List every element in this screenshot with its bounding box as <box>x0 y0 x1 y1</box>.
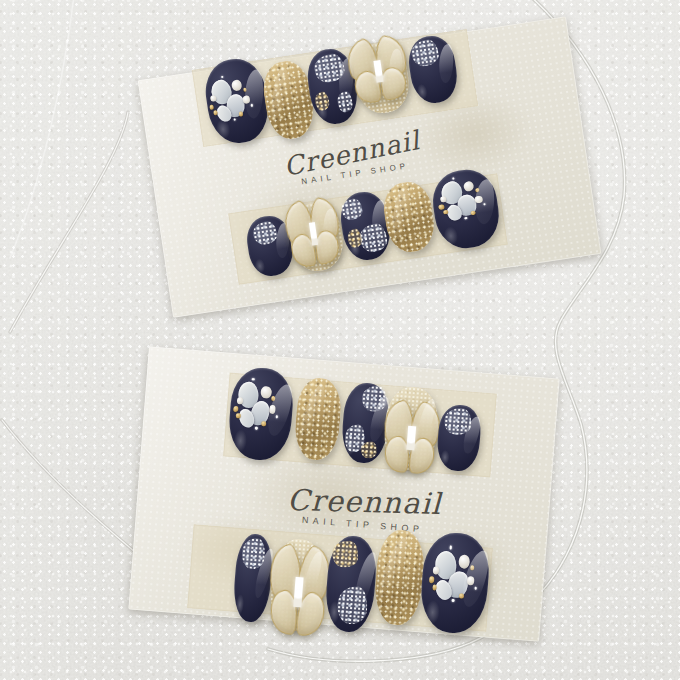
glitter-dot <box>221 75 224 78</box>
gold-bead <box>429 576 435 583</box>
gold-bead <box>272 396 276 401</box>
glitter-dot <box>276 415 279 418</box>
gold-bead <box>243 87 247 92</box>
gold-bead <box>236 413 241 419</box>
pearl-charm <box>467 576 475 585</box>
butterfly-charm <box>379 399 444 475</box>
pearl-charm <box>231 79 242 92</box>
gold-bead <box>213 110 218 115</box>
pearl-charm <box>475 195 483 203</box>
glitter-dot <box>483 203 486 206</box>
butterfly-charm <box>280 196 347 270</box>
pearl-charm <box>463 180 475 192</box>
glitter-patch-silver <box>358 222 388 254</box>
glitter-dot <box>252 378 255 381</box>
glitter-dot <box>449 546 452 549</box>
pearl-charm <box>458 554 470 568</box>
glitter-patch-gold <box>346 228 363 249</box>
nail-champagne-butterfly <box>267 537 326 633</box>
pearl-charm <box>261 386 272 399</box>
charm-cluster <box>430 547 484 615</box>
charm-cluster <box>234 379 284 441</box>
glitter-patch-gold <box>360 440 377 459</box>
glitter-patch-silver <box>443 407 472 435</box>
gold-bead <box>459 593 464 599</box>
butterfly-charm <box>263 544 334 639</box>
pearl-charm <box>236 397 242 405</box>
charm-cluster <box>208 73 260 133</box>
pearl-charm <box>269 405 276 414</box>
gold-bead <box>470 210 475 215</box>
glitter-dot <box>233 118 236 121</box>
glitter-dot <box>464 217 467 220</box>
glitter-dot <box>251 104 254 107</box>
gold-bead <box>233 406 238 412</box>
butterfly-wing <box>380 67 406 100</box>
pearl-charm <box>243 95 251 103</box>
butterfly-charm <box>342 34 413 106</box>
glitter-dot <box>452 177 455 180</box>
glitter-patch-silver <box>336 585 369 626</box>
glitter-patch-silver <box>251 220 278 246</box>
gold-bead <box>475 188 479 192</box>
gold-bead <box>439 204 445 210</box>
glitter-patch-silver <box>312 51 345 83</box>
glitter-dot <box>255 426 258 429</box>
glitter-dot <box>452 599 455 602</box>
glitter-patch-silver <box>241 538 266 570</box>
gold-bead <box>261 421 266 427</box>
photo-scene: Creennail NAIL TIP SHOP Creennail NAIL T… <box>0 0 680 680</box>
glitter-dot <box>474 586 477 589</box>
nails-layer <box>0 0 680 680</box>
gold-bead <box>470 566 474 571</box>
charm-cluster <box>438 175 492 231</box>
gold-bead <box>209 104 215 110</box>
glitter-patch-gold <box>313 91 330 112</box>
